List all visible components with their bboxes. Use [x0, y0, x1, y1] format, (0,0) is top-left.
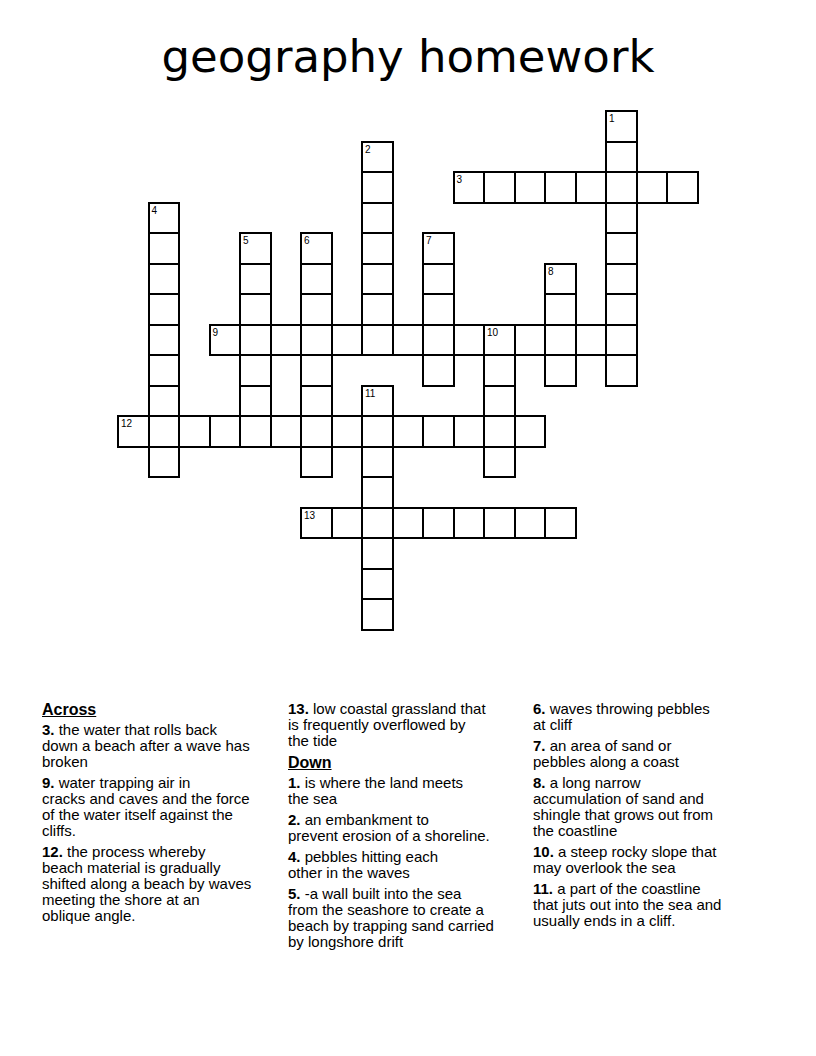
clues-column-left: Across 3. the water that rolls back down… [42, 701, 286, 929]
grid-cell-r5c10[interactable] [422, 263, 455, 296]
grid-cell-r13c7[interactable] [331, 507, 364, 540]
clue-text-down-8: a long narrow accumulation of sand and s… [533, 774, 713, 839]
grid-cell-r10c2[interactable] [178, 415, 211, 448]
cell-number-5: 5 [243, 235, 249, 246]
grid-cell-r14c8[interactable] [361, 537, 394, 570]
grid-cell-r10c12[interactable] [483, 415, 516, 448]
grid-cell-r5c1[interactable] [148, 263, 181, 296]
grid-cell-r7c14[interactable] [544, 324, 577, 357]
grid-cell-r13c11[interactable] [453, 507, 486, 540]
clue-down-1: 1. is where the land meets the sea [288, 775, 532, 807]
clue-number-down-8: 8. [533, 774, 546, 791]
clue-text-down-11: a part of the coastline that juts out in… [533, 880, 721, 929]
across-heading: Across [42, 701, 286, 718]
cell-number-3: 3 [457, 174, 463, 185]
grid-cell-r2c13[interactable] [514, 171, 547, 204]
grid-cell-r13c14[interactable] [544, 507, 577, 540]
clue-number-down-6: 6. [533, 700, 546, 717]
clue-number-down-7: 7. [533, 737, 546, 754]
cell-number-11: 11 [365, 388, 375, 399]
grid-cell-r2c16[interactable] [605, 171, 638, 204]
grid-cell-r2c15[interactable] [575, 171, 608, 204]
grid-cell-r8c4[interactable] [239, 354, 272, 387]
clue-across-13: 13. low coastal grassland that is freque… [288, 701, 532, 749]
clue-text-down-10: a steep rocky slope that may overlook th… [533, 843, 716, 876]
grid-cell-r10c5[interactable] [270, 415, 303, 448]
grid-cell-r6c14[interactable] [544, 293, 577, 326]
grid-cell-r7c16[interactable] [605, 324, 638, 357]
clue-down-7: 7. an area of sand or pebbles along a co… [533, 738, 777, 770]
clue-down-6: 6. waves throwing pebbles at cliff [533, 701, 777, 733]
cell-number-12: 12 [121, 418, 132, 429]
grid-cell-r10c9[interactable] [392, 415, 425, 448]
down-heading: Down [288, 754, 532, 771]
grid-cell-r8c10[interactable] [422, 354, 455, 387]
grid-cell-r10c8[interactable] [361, 415, 394, 448]
grid-cell-r3c8[interactable] [361, 202, 394, 235]
grid-cell-r7c15[interactable] [575, 324, 608, 357]
grid-cell-r11c1[interactable] [148, 446, 181, 479]
cell-number-10: 10 [487, 327, 498, 338]
clue-number-down-1: 1. [288, 774, 301, 791]
grid-cell-r9c12[interactable] [483, 385, 516, 418]
grid-cell-r13c12[interactable] [483, 507, 516, 540]
grid-cell-r7c8[interactable] [361, 324, 394, 357]
clue-number-down-5: 5. [288, 885, 301, 902]
cell-number-9: 9 [213, 327, 219, 338]
clue-number-down-2: 2. [288, 811, 301, 828]
grid-cell-r10c3[interactable] [209, 415, 242, 448]
grid-cell-r2c14[interactable] [544, 171, 577, 204]
grid-cell-r12c8[interactable] [361, 476, 394, 509]
grid-cell-r7c9[interactable] [392, 324, 425, 357]
cell-number-8: 8 [548, 266, 554, 277]
grid-cell-r3c16[interactable] [605, 202, 638, 235]
clue-across-12: 12. the process whereby beach material i… [42, 844, 286, 924]
grid-cell-r11c12[interactable] [483, 446, 516, 479]
clues-column-middle: 13. low coastal grassland that is freque… [288, 701, 532, 955]
grid-cell-r6c6[interactable] [300, 293, 333, 326]
clue-text-down-5: -a wall built into the sea from the seas… [288, 885, 494, 950]
grid-cell-r8c16[interactable] [605, 354, 638, 387]
grid-cell-r5c4[interactable] [239, 263, 272, 296]
grid-cell-r13c13[interactable] [514, 507, 547, 540]
clue-number-across-3: 3. [42, 721, 55, 738]
grid-cell-r4c8[interactable] [361, 232, 394, 265]
clue-down-10: 10. a steep rocky slope that may overloo… [533, 844, 777, 876]
clue-down-8: 8. a long narrow accumulation of sand an… [533, 775, 777, 839]
grid-cell-r8c1[interactable] [148, 354, 181, 387]
grid-cell-r5c6[interactable] [300, 263, 333, 296]
grid-cell-r4c16[interactable] [605, 232, 638, 265]
grid-cell-r2c12[interactable] [483, 171, 516, 204]
grid-cell-r16c8[interactable] [361, 598, 394, 631]
grid-cell-r9c4[interactable] [239, 385, 272, 418]
grid-cell-r6c10[interactable] [422, 293, 455, 326]
grid-cell-r5c8[interactable] [361, 263, 394, 296]
grid-cell-r2c18[interactable] [666, 171, 699, 204]
clue-text-across-3: the water that rolls back down a beach a… [42, 721, 250, 770]
grid-cell-r10c10[interactable] [422, 415, 455, 448]
clue-text-down-6: waves throwing pebbles at cliff [533, 700, 710, 733]
grid-cell-r4c1[interactable] [148, 232, 181, 265]
grid-cell-r10c6[interactable] [300, 415, 333, 448]
clue-number-across-9: 9. [42, 774, 55, 791]
clue-text-across-12: the process whereby beach material is gr… [42, 843, 251, 924]
grid-cell-r7c11[interactable] [453, 324, 486, 357]
grid-cell-r6c1[interactable] [148, 293, 181, 326]
grid-cell-r10c4[interactable] [239, 415, 272, 448]
cell-number-2: 2 [365, 144, 371, 155]
grid-cell-r5c16[interactable] [605, 263, 638, 296]
grid-cell-r10c7[interactable] [331, 415, 364, 448]
grid-cell-r9c1[interactable] [148, 385, 181, 418]
clue-number-down-11: 11. [533, 880, 553, 897]
grid-cell-r15c8[interactable] [361, 568, 394, 601]
grid-cell-r10c11[interactable] [453, 415, 486, 448]
grid-cell-r7c7[interactable] [331, 324, 364, 357]
grid-cell-r11c8[interactable] [361, 446, 394, 479]
grid-cell-r7c1[interactable] [148, 324, 181, 357]
clue-text-across-13: low coastal grassland that is frequently… [288, 700, 486, 749]
grid-cell-r13c8[interactable] [361, 507, 394, 540]
grid-cell-r8c14[interactable] [544, 354, 577, 387]
cell-number-6: 6 [304, 235, 310, 246]
grid-cell-r8c12[interactable] [483, 354, 516, 387]
grid-cell-r10c1[interactable] [148, 415, 181, 448]
grid-cell-r6c4[interactable] [239, 293, 272, 326]
grid-cell-r2c17[interactable] [636, 171, 669, 204]
grid-cell-r7c6[interactable] [300, 324, 333, 357]
clue-number-down-10: 10. [533, 843, 554, 860]
grid-cell-r7c13[interactable] [514, 324, 547, 357]
clue-number-across-12: 12. [42, 843, 63, 860]
grid-cell-r6c8[interactable] [361, 293, 394, 326]
grid-cell-r8c6[interactable] [300, 354, 333, 387]
clue-down-11: 11. a part of the coastline that juts ou… [533, 881, 777, 929]
grid-cell-r7c4[interactable] [239, 324, 272, 357]
grid-cell-r2c8[interactable] [361, 171, 394, 204]
cell-number-13: 13 [304, 510, 315, 521]
grid-cell-r7c5[interactable] [270, 324, 303, 357]
clue-down-2: 2. an embankment to prevent erosion of a… [288, 812, 532, 844]
page: geography homework 12345678910111213 Acr… [0, 0, 816, 1056]
cell-number-4: 4 [152, 205, 158, 216]
clue-text-across-9: water trapping air in cracks and caves a… [42, 774, 250, 839]
grid-cell-r13c9[interactable] [392, 507, 425, 540]
clue-text-down-1: is where the land meets the sea [288, 774, 463, 807]
clue-number-down-4: 4. [288, 848, 301, 865]
clue-text-down-2: an embankment to prevent erosion of a sh… [288, 811, 490, 844]
clue-across-9: 9. water trapping air in cracks and cave… [42, 775, 286, 839]
clues-column-right: 6. waves throwing pebbles at cliff 7. an… [533, 701, 777, 934]
grid-cell-r9c6[interactable] [300, 385, 333, 418]
cell-number-1: 1 [609, 113, 615, 124]
grid-cell-r10c13[interactable] [514, 415, 547, 448]
clue-down-4: 4. pebbles hitting each other in the wav… [288, 849, 532, 881]
clue-number-across-13: 13. [288, 700, 309, 717]
grid-cell-r7c10[interactable] [422, 324, 455, 357]
cell-number-7: 7 [426, 235, 432, 246]
clue-text-down-4: pebbles hitting each other in the waves [288, 848, 438, 881]
clue-text-down-7: an area of sand or pebbles along a coast [533, 737, 679, 770]
grid-cell-r1c16[interactable] [605, 141, 638, 174]
grid-cell-r11c6[interactable] [300, 446, 333, 479]
grid-cell-r6c16[interactable] [605, 293, 638, 326]
clue-down-5: 5. -a wall built into the sea from the s… [288, 886, 532, 950]
clue-across-3: 3. the water that rolls back down a beac… [42, 722, 286, 770]
grid-cell-r13c10[interactable] [422, 507, 455, 540]
